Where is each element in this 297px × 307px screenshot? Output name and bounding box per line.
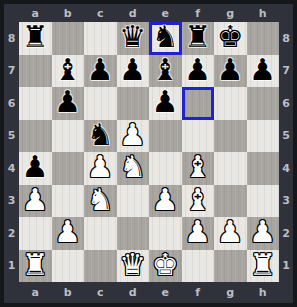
rank-label-1: 1: [4, 250, 19, 283]
square-d7[interactable]: ♟: [117, 55, 150, 88]
square-g5[interactable]: [214, 120, 247, 153]
black-pawn-b6[interactable]: ♟: [54, 86, 81, 119]
black-knight-c5[interactable]: ♞: [87, 119, 114, 152]
black-bishop-e7[interactable]: ♝: [152, 54, 179, 87]
rank-label-2: 2: [279, 217, 293, 250]
rank-label-8: 8: [279, 22, 293, 55]
square-d2[interactable]: [117, 217, 150, 250]
rank-label-2: 2: [4, 217, 19, 250]
chess-widget: abcdefgh 87654321 ♜♛♞♜♚♝♟♟♝♟♟♟♟♟♞♟♟♟♞♝♟♞…: [0, 0, 297, 307]
rank-label-8: 8: [4, 22, 19, 55]
rank-label-5: 5: [4, 120, 19, 153]
square-b3[interactable]: [52, 185, 85, 218]
square-c2[interactable]: [84, 217, 117, 250]
black-rook-a8[interactable]: ♜: [22, 21, 49, 54]
square-h2[interactable]: ♟: [247, 217, 280, 250]
white-rook-a1[interactable]: ♜: [22, 249, 49, 282]
square-f5[interactable]: [182, 120, 215, 153]
square-h4[interactable]: [247, 152, 280, 185]
rank-label-6: 6: [4, 87, 19, 120]
file-label-d: d: [117, 282, 150, 303]
square-h6[interactable]: [247, 87, 280, 120]
white-knight-c3[interactable]: ♞: [87, 184, 114, 217]
rank-label-3: 3: [279, 185, 293, 218]
white-king-e1[interactable]: ♚: [152, 249, 179, 282]
rank-label-1: 1: [279, 250, 293, 283]
black-bishop-b7[interactable]: ♝: [54, 54, 81, 87]
white-pawn-h2[interactable]: ♟: [249, 216, 276, 249]
square-b2[interactable]: ♟: [52, 217, 85, 250]
square-h8[interactable]: [247, 22, 280, 55]
square-h1[interactable]: ♜: [247, 250, 280, 283]
square-a4[interactable]: ♟: [19, 152, 52, 185]
square-a8[interactable]: ♜: [19, 22, 52, 55]
square-b1[interactable]: [52, 250, 85, 283]
file-label-c: c: [84, 282, 117, 303]
file-label-h: h: [247, 282, 280, 303]
rank-label-4: 4: [4, 152, 19, 185]
square-a2[interactable]: [19, 217, 52, 250]
file-label-e: e: [149, 282, 182, 303]
white-pawn-g2[interactable]: ♟: [217, 216, 244, 249]
square-b6[interactable]: ♟: [52, 87, 85, 120]
square-a6[interactable]: [19, 87, 52, 120]
rank-labels-left: 87654321: [4, 22, 19, 282]
square-c1[interactable]: [84, 250, 117, 283]
square-d1[interactable]: ♛: [117, 250, 150, 283]
square-f1[interactable]: [182, 250, 215, 283]
file-label-b: b: [52, 282, 85, 303]
black-pawn-f7[interactable]: ♟: [184, 54, 211, 87]
square-h3[interactable]: [247, 185, 280, 218]
black-queen-d8[interactable]: ♛: [119, 21, 146, 54]
square-d6[interactable]: [117, 87, 150, 120]
square-h7[interactable]: ♟: [247, 55, 280, 88]
black-pawn-h7[interactable]: ♟: [249, 54, 276, 87]
square-d3[interactable]: [117, 185, 150, 218]
square-c6[interactable]: [84, 87, 117, 120]
white-pawn-c4[interactable]: ♟: [87, 151, 114, 184]
square-b5[interactable]: [52, 120, 85, 153]
black-pawn-e6[interactable]: ♟: [152, 86, 179, 119]
white-knight-d4[interactable]: ♞: [119, 151, 146, 184]
black-pawn-c7[interactable]: ♟: [87, 54, 114, 87]
white-pawn-e3[interactable]: ♟: [152, 184, 179, 217]
square-g3[interactable]: [214, 185, 247, 218]
square-e5[interactable]: [149, 120, 182, 153]
square-a1[interactable]: ♜: [19, 250, 52, 283]
square-g4[interactable]: [214, 152, 247, 185]
square-f2[interactable]: ♟: [182, 217, 215, 250]
square-e4[interactable]: [149, 152, 182, 185]
white-queen-d1[interactable]: ♛: [119, 249, 146, 282]
square-f8[interactable]: ♜: [182, 22, 215, 55]
square-e1[interactable]: ♚: [149, 250, 182, 283]
square-a7[interactable]: [19, 55, 52, 88]
square-e8[interactable]: ♞: [149, 22, 182, 55]
square-d5[interactable]: ♟: [117, 120, 150, 153]
square-b8[interactable]: [52, 22, 85, 55]
black-pawn-g7[interactable]: ♟: [217, 54, 244, 87]
square-g2[interactable]: ♟: [214, 217, 247, 250]
square-e6[interactable]: ♟: [149, 87, 182, 120]
square-f3[interactable]: ♝: [182, 185, 215, 218]
square-f4[interactable]: ♝: [182, 152, 215, 185]
white-pawn-a3[interactable]: ♟: [22, 184, 49, 217]
black-rook-f8[interactable]: ♜: [184, 21, 211, 54]
square-a5[interactable]: [19, 120, 52, 153]
square-d4[interactable]: ♞: [117, 152, 150, 185]
square-c5[interactable]: ♞: [84, 120, 117, 153]
file-label-f: f: [182, 282, 215, 303]
black-pawn-a4[interactable]: ♟: [22, 151, 49, 184]
rank-label-4: 4: [279, 152, 293, 185]
white-rook-h1[interactable]: ♜: [249, 249, 276, 282]
file-label-c: c: [84, 4, 117, 22]
square-f7[interactable]: ♟: [182, 55, 215, 88]
white-bishop-f3[interactable]: ♝: [184, 184, 211, 217]
square-c3[interactable]: ♞: [84, 185, 117, 218]
white-pawn-b2[interactable]: ♟: [54, 216, 81, 249]
rank-labels-right: 87654321: [279, 22, 293, 282]
square-e7[interactable]: ♝: [149, 55, 182, 88]
black-knight-e8[interactable]: ♞: [152, 21, 179, 54]
square-c8[interactable]: [84, 22, 117, 55]
black-king-g8[interactable]: ♚: [217, 21, 244, 54]
square-g1[interactable]: [214, 250, 247, 283]
file-label-g: g: [214, 282, 247, 303]
square-a3[interactable]: ♟: [19, 185, 52, 218]
square-h5[interactable]: [247, 120, 280, 153]
rank-label-6: 6: [279, 87, 293, 120]
square-f6[interactable]: [182, 87, 215, 120]
white-pawn-f2[interactable]: ♟: [184, 216, 211, 249]
rank-label-3: 3: [4, 185, 19, 218]
square-b4[interactable]: [52, 152, 85, 185]
rank-label-5: 5: [279, 120, 293, 153]
rank-label-7: 7: [4, 55, 19, 88]
square-d8[interactable]: ♛: [117, 22, 150, 55]
chess-board[interactable]: ♜♛♞♜♚♝♟♟♝♟♟♟♟♟♞♟♟♟♞♝♟♞♟♝♟♟♟♟♜♛♚♜: [19, 22, 279, 282]
square-b7[interactable]: ♝: [52, 55, 85, 88]
file-label-a: a: [19, 282, 52, 303]
white-bishop-f4[interactable]: ♝: [184, 151, 211, 184]
square-c7[interactable]: ♟: [84, 55, 117, 88]
black-pawn-d7[interactable]: ♟: [119, 54, 146, 87]
file-label-h: h: [247, 4, 280, 22]
board-frame: abcdefgh 87654321 ♜♛♞♜♚♝♟♟♝♟♟♟♟♟♞♟♟♟♞♝♟♞…: [4, 4, 293, 303]
square-g8[interactable]: ♚: [214, 22, 247, 55]
white-pawn-d5[interactable]: ♟: [119, 119, 146, 152]
square-e3[interactable]: ♟: [149, 185, 182, 218]
square-e2[interactable]: [149, 217, 182, 250]
square-g6[interactable]: [214, 87, 247, 120]
square-g7[interactable]: ♟: [214, 55, 247, 88]
rank-label-7: 7: [279, 55, 293, 88]
file-labels-bottom: abcdefgh: [19, 282, 279, 303]
square-c4[interactable]: ♟: [84, 152, 117, 185]
file-label-b: b: [52, 4, 85, 22]
